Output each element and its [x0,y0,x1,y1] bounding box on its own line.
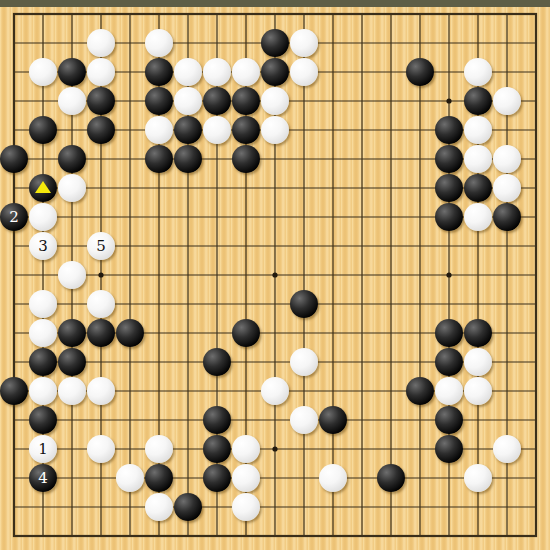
white-stone [493,174,521,202]
white-stone [232,58,260,86]
black-stone [0,377,28,405]
black-stone [493,203,521,231]
move-number-label: 3 [29,232,57,260]
move-number-label: 5 [87,232,115,260]
white-stone [58,261,86,289]
white-stone [464,348,492,376]
white-stone [145,29,173,57]
black-stone [29,116,57,144]
go-board[interactable]: 23514 [0,0,550,550]
move-number-label: 4 [29,464,57,492]
black-stone [290,290,318,318]
black-stone: 4 [29,464,57,492]
white-stone [203,116,231,144]
black-stone [464,87,492,115]
white-stone [87,435,115,463]
black-stone [435,116,463,144]
white-stone [464,464,492,492]
black-stone [435,348,463,376]
black-stone [377,464,405,492]
black-stone [87,87,115,115]
white-stone [232,493,260,521]
white-stone: 1 [29,435,57,463]
black-stone: 2 [0,203,28,231]
window-top-edge [0,0,550,7]
black-stone [116,319,144,347]
white-stone [145,493,173,521]
black-stone [232,319,260,347]
white-stone [87,290,115,318]
white-stone [261,116,289,144]
triangle-mark [35,181,51,193]
black-stone [406,377,434,405]
black-stone [87,116,115,144]
black-stone [435,174,463,202]
move-number-label: 1 [29,435,57,463]
white-stone [232,464,260,492]
black-stone [58,145,86,173]
black-stone [145,87,173,115]
black-stone [203,87,231,115]
white-stone [29,203,57,231]
white-stone [290,29,318,57]
black-stone [203,435,231,463]
white-stone [464,145,492,173]
white-stone [464,203,492,231]
white-stone [58,174,86,202]
white-stone [261,87,289,115]
black-stone [232,87,260,115]
white-stone [319,464,347,492]
black-stone [203,406,231,434]
black-stone [435,145,463,173]
white-stone [493,435,521,463]
black-stone [145,464,173,492]
white-stone: 3 [29,232,57,260]
white-stone [493,87,521,115]
white-stone [290,406,318,434]
white-stone [29,290,57,318]
go-diagram: 23514 [0,0,550,550]
black-stone [435,406,463,434]
white-stone [145,116,173,144]
black-stone [174,493,202,521]
white-stone [232,435,260,463]
white-stone [464,377,492,405]
black-stone [29,348,57,376]
white-stone [493,145,521,173]
white-stone [87,29,115,57]
black-stone [464,319,492,347]
move-number-label: 2 [0,203,28,231]
black-stone [232,116,260,144]
white-stone [435,377,463,405]
white-stone [87,58,115,86]
white-stone: 5 [87,232,115,260]
black-stone [174,145,202,173]
black-stone [203,348,231,376]
black-stone [203,464,231,492]
white-stone [29,377,57,405]
white-stone [464,116,492,144]
black-stone [29,406,57,434]
black-stone [406,58,434,86]
black-stone [58,348,86,376]
white-stone [464,58,492,86]
white-stone [145,435,173,463]
white-stone [290,58,318,86]
black-stone [261,29,289,57]
white-stone [174,58,202,86]
black-stone [58,58,86,86]
white-stone [87,377,115,405]
black-stone [0,145,28,173]
black-stone [29,174,57,202]
white-stone [261,377,289,405]
white-stone [29,319,57,347]
black-stone [58,319,86,347]
white-stone [58,377,86,405]
white-stone [29,58,57,86]
white-stone [290,348,318,376]
white-stone [58,87,86,115]
black-stone [174,116,202,144]
stones-layer: 23514 [0,0,550,550]
black-stone [435,203,463,231]
black-stone [87,319,115,347]
black-stone [145,145,173,173]
white-stone [174,87,202,115]
white-stone [116,464,144,492]
black-stone [232,145,260,173]
black-stone [435,319,463,347]
black-stone [435,435,463,463]
black-stone [261,58,289,86]
black-stone [319,406,347,434]
white-stone [203,58,231,86]
black-stone [464,174,492,202]
black-stone [145,58,173,86]
